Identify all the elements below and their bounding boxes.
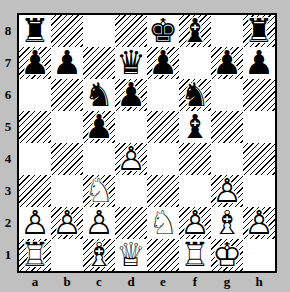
square-d1[interactable]: ♛♕ [115, 239, 147, 271]
piece-glyph: ♟ [148, 47, 178, 79]
black-bishop-piece[interactable]: ♝ [179, 111, 211, 143]
black-pawn-piece[interactable]: ♟ [147, 47, 179, 79]
square-h5[interactable] [243, 111, 275, 143]
rank-label-6: 6 [0, 79, 16, 111]
square-e7[interactable]: ♟ [147, 47, 179, 79]
file-labels: abcdefgh [19, 273, 275, 291]
square-c1[interactable]: ♝♗ [83, 239, 115, 271]
piece-glyph: ♝ [180, 111, 210, 143]
white-pawn-piece[interactable]: ♟♙ [51, 207, 83, 239]
square-h6[interactable] [243, 79, 275, 111]
piece-glyph: ♟ [244, 47, 274, 79]
square-b5[interactable] [51, 111, 83, 143]
square-d4[interactable]: ♟♙ [115, 143, 147, 175]
square-h2[interactable]: ♟♙ [243, 207, 275, 239]
piece-glyph: ♖ [20, 239, 50, 271]
piece-glyph: ♟ [84, 111, 114, 143]
white-queen-piece[interactable]: ♛♕ [115, 239, 147, 271]
square-a7[interactable]: ♟ [19, 47, 51, 79]
rank-label-4: 4 [0, 143, 16, 175]
piece-glyph: ♙ [52, 207, 82, 239]
white-pawn-piece[interactable]: ♟♙ [243, 207, 275, 239]
rank-label-3: 3 [0, 175, 16, 207]
black-pawn-piece[interactable]: ♟ [19, 47, 51, 79]
square-b6[interactable] [51, 79, 83, 111]
rank-label-7: 7 [0, 47, 16, 79]
square-e5[interactable] [147, 111, 179, 143]
chess-diagram: 87654321 ♜♚♝♜♟♟♛♟♟♟♞♟♞♟♝♟♙♞♘♟♙♟♙♟♙♟♙♞♘♟♙… [0, 0, 290, 292]
piece-glyph: ♖ [180, 239, 210, 271]
black-pawn-piece[interactable]: ♟ [115, 79, 147, 111]
square-d6[interactable]: ♟ [115, 79, 147, 111]
square-c8[interactable] [83, 15, 115, 47]
white-bishop-piece[interactable]: ♝♗ [83, 239, 115, 271]
piece-glyph: ♟ [52, 47, 82, 79]
file-label-d: d [115, 273, 147, 291]
piece-glyph: ♟ [212, 47, 242, 79]
file-label-f: f [179, 273, 211, 291]
piece-glyph: ♙ [116, 143, 146, 175]
square-h1[interactable] [243, 239, 275, 271]
file-label-c: c [83, 273, 115, 291]
black-pawn-piece[interactable]: ♟ [243, 47, 275, 79]
rank-label-5: 5 [0, 111, 16, 143]
square-a5[interactable] [19, 111, 51, 143]
piece-glyph: ♟ [20, 47, 50, 79]
square-f1[interactable]: ♜♖ [179, 239, 211, 271]
square-a1[interactable]: ♜♖ [19, 239, 51, 271]
square-f5[interactable]: ♝ [179, 111, 211, 143]
file-label-h: h [243, 273, 275, 291]
square-b4[interactable] [51, 143, 83, 175]
square-g6[interactable] [211, 79, 243, 111]
piece-glyph: ♔ [212, 239, 242, 271]
square-a6[interactable] [19, 79, 51, 111]
square-h7[interactable]: ♟ [243, 47, 275, 79]
piece-glyph: ♗ [84, 239, 114, 271]
rank-label-8: 8 [0, 15, 16, 47]
square-g7[interactable]: ♟ [211, 47, 243, 79]
square-c5[interactable]: ♟ [83, 111, 115, 143]
rank-labels: 87654321 [0, 15, 16, 271]
white-pawn-piece[interactable]: ♟♙ [115, 143, 147, 175]
piece-glyph: ♙ [244, 207, 274, 239]
square-f4[interactable] [179, 143, 211, 175]
black-bishop-piece[interactable]: ♝ [179, 15, 211, 47]
square-e2[interactable]: ♞♘ [147, 207, 179, 239]
black-pawn-piece[interactable]: ♟ [51, 47, 83, 79]
rank-label-1: 1 [0, 239, 16, 271]
square-b1[interactable] [51, 239, 83, 271]
file-label-g: g [211, 273, 243, 291]
file-label-e: e [147, 273, 179, 291]
piece-glyph: ♟ [116, 79, 146, 111]
piece-glyph: ♝ [180, 15, 210, 47]
square-b7[interactable]: ♟ [51, 47, 83, 79]
square-g5[interactable] [211, 111, 243, 143]
white-rook-piece[interactable]: ♜♖ [179, 239, 211, 271]
piece-glyph: ♕ [116, 239, 146, 271]
square-a4[interactable] [19, 143, 51, 175]
square-f8[interactable]: ♝ [179, 15, 211, 47]
piece-glyph: ♘ [148, 207, 178, 239]
file-label-a: a [19, 273, 51, 291]
black-pawn-piece[interactable]: ♟ [211, 47, 243, 79]
white-knight-piece[interactable]: ♞♘ [147, 207, 179, 239]
square-d3[interactable] [115, 175, 147, 207]
black-pawn-piece[interactable]: ♟ [83, 111, 115, 143]
chess-board: ♜♚♝♜♟♟♛♟♟♟♞♟♞♟♝♟♙♞♘♟♙♟♙♟♙♟♙♞♘♟♙♝♗♟♙♜♖♝♗♛… [17, 13, 277, 273]
file-label-b: b [51, 273, 83, 291]
square-e1[interactable] [147, 239, 179, 271]
square-b2[interactable]: ♟♙ [51, 207, 83, 239]
square-g1[interactable]: ♚♔ [211, 239, 243, 271]
white-king-piece[interactable]: ♚♔ [211, 239, 243, 271]
square-h4[interactable] [243, 143, 275, 175]
rank-label-2: 2 [0, 207, 16, 239]
square-e4[interactable] [147, 143, 179, 175]
square-e6[interactable] [147, 79, 179, 111]
white-rook-piece[interactable]: ♜♖ [19, 239, 51, 271]
